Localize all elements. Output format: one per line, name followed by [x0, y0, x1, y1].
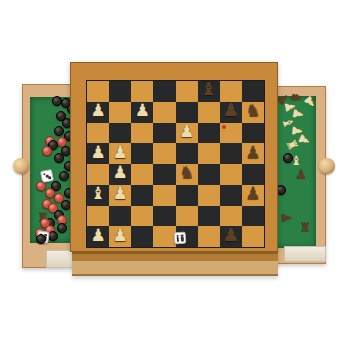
board-square[interactable]: [131, 164, 153, 185]
chess-piece[interactable]: ♟: [223, 227, 238, 244]
die-pip: [177, 239, 180, 242]
board-square[interactable]: [220, 143, 242, 164]
chess-piece[interactable]: ♟: [280, 212, 293, 224]
chess-piece[interactable]: ♞: [245, 102, 260, 119]
chess-piece[interactable]: ♞: [179, 165, 194, 182]
board-square[interactable]: [198, 164, 220, 185]
board-square[interactable]: [176, 185, 198, 206]
board-square[interactable]: [198, 185, 220, 206]
red-marker: [222, 125, 226, 129]
board-square[interactable]: [131, 206, 153, 227]
chess-piece[interactable]: ♟: [223, 102, 238, 119]
board-square[interactable]: [153, 123, 175, 144]
board-square[interactable]: [87, 123, 109, 144]
chess-piece[interactable]: ♟: [245, 185, 260, 202]
board-square[interactable]: [220, 206, 242, 227]
chess-piece[interactable]: ♟: [90, 227, 105, 244]
board-square[interactable]: [87, 81, 109, 102]
chess-piece[interactable]: ♟: [295, 167, 307, 180]
right-drawer-knob[interactable]: [319, 158, 335, 174]
checker-piece[interactable]: [57, 223, 67, 233]
board-square[interactable]: [131, 123, 153, 144]
board-frame: ♝♟♟♟♞♟♟♟♟♟♞♝♟♟♟♟♟: [70, 62, 278, 252]
board-square[interactable]: [87, 206, 109, 227]
board-square[interactable]: [220, 185, 242, 206]
board-square[interactable]: [198, 123, 220, 144]
chess-piece[interactable]: ♟: [113, 227, 128, 244]
board-square[interactable]: [131, 185, 153, 206]
board-square[interactable]: [198, 143, 220, 164]
board-square[interactable]: [242, 206, 264, 227]
chess-piece[interactable]: ♝: [90, 185, 105, 202]
board-square[interactable]: [153, 206, 175, 227]
die-pip: [181, 238, 184, 241]
checker-piece[interactable]: [42, 146, 52, 156]
board-square[interactable]: [176, 206, 198, 227]
chess-piece[interactable]: ♟: [90, 144, 105, 161]
checker-piece[interactable]: [54, 126, 64, 136]
board-square[interactable]: [109, 81, 131, 102]
chess-piece[interactable]: ♟: [135, 102, 150, 119]
die[interactable]: [174, 231, 187, 244]
die-pip: [49, 176, 52, 179]
chess-piece[interactable]: ♟: [113, 185, 128, 202]
board-square[interactable]: [109, 102, 131, 123]
chess-piece[interactable]: ♟: [113, 144, 128, 161]
chess-piece[interactable]: ♜: [299, 220, 311, 233]
checker-piece[interactable]: [48, 231, 58, 241]
board-square[interactable]: [153, 81, 175, 102]
chess-piece[interactable]: ♟: [179, 123, 194, 140]
game-box: ♝♟♟♟♞♟♟♟♟♟♞♝♟♟♟♟♟: [70, 62, 278, 276]
board-square[interactable]: [242, 81, 264, 102]
board-square[interactable]: [198, 226, 220, 247]
chess-piece[interactable]: ♜: [284, 137, 301, 153]
board-square[interactable]: [109, 123, 131, 144]
board-square[interactable]: [153, 143, 175, 164]
board-square[interactable]: [153, 185, 175, 206]
board-square[interactable]: [242, 226, 264, 247]
board-square[interactable]: [131, 143, 153, 164]
board-square[interactable]: [220, 81, 242, 102]
board-square[interactable]: [198, 102, 220, 123]
right-drawer-front-panel: [284, 246, 326, 262]
board-square[interactable]: [153, 102, 175, 123]
box-front-face: [72, 252, 278, 276]
board-square[interactable]: [131, 226, 153, 247]
board-square[interactable]: [242, 123, 264, 144]
board-square[interactable]: [87, 164, 109, 185]
checker-piece[interactable]: [54, 153, 64, 163]
chess-piece[interactable]: ♟: [245, 144, 260, 161]
board-square[interactable]: [242, 164, 264, 185]
board-square[interactable]: [176, 143, 198, 164]
board-square[interactable]: [176, 102, 198, 123]
checker-piece[interactable]: [36, 181, 46, 191]
chess-piece[interactable]: ♝: [290, 153, 302, 166]
board-square[interactable]: [176, 81, 198, 102]
board-square[interactable]: [153, 164, 175, 185]
checker-piece[interactable]: [36, 234, 46, 244]
board-square[interactable]: [153, 226, 175, 247]
board-square[interactable]: [198, 206, 220, 227]
board-square[interactable]: [109, 206, 131, 227]
chess-piece[interactable]: ♝: [201, 82, 216, 99]
checker-piece[interactable]: [59, 171, 69, 181]
board-grid: ♝♟♟♟♞♟♟♟♟♟♞♝♟♟♟♟♟: [86, 80, 265, 248]
chess-box-scene: ♜ ♟♞♟♟♟♝♟♟♜♝♟♟♜ ♝♟♟♟♞♟♟♟♟♟♞♝♟♟♟♟♟: [0, 0, 340, 340]
chess-piece[interactable]: ♟: [90, 102, 105, 119]
chess-piece[interactable]: ♟: [113, 165, 128, 182]
board-square[interactable]: [131, 81, 153, 102]
left-drawer-knob[interactable]: [13, 158, 29, 174]
board-square[interactable]: [220, 164, 242, 185]
